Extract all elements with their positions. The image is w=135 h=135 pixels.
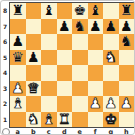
square-b1[interactable]: ♞ [26,112,42,128]
rank-label-7: 7 [1,19,9,35]
square-a6[interactable]: ♟ [10,34,26,50]
square-h3[interactable] [119,81,135,97]
square-h6[interactable]: ♞ [119,34,135,50]
square-a2[interactable]: ♝ [10,96,26,112]
square-a3[interactable]: ♟ [10,81,26,97]
white-pawn[interactable]: ♟ [104,96,117,111]
square-d8[interactable] [57,3,73,19]
square-a7[interactable] [10,19,26,35]
square-g1[interactable]: ♚ [103,112,119,128]
rank-label-4: 4 [1,65,9,81]
square-e7[interactable]: ♞ [72,19,88,35]
rank-label-3: 3 [1,81,9,97]
white-bishop[interactable]: ♝ [11,96,24,111]
square-b3[interactable]: ♛ [26,81,42,97]
square-b2[interactable] [26,96,42,112]
chess-board: ♜♝♚♝♜♟♞♟♟♟♟♞♛♟♞♟♛♝♟♟♟♞♝♜♚ [9,2,135,128]
square-b8[interactable] [26,3,42,19]
white-rook[interactable]: ♜ [58,112,71,127]
chess-diagram: 87654321 ♜♝♚♝♜♟♞♟♟♟♟♞♛♟♞♟♛♝♟♟♟♞♝♜♚ abcde… [0,0,135,135]
square-c2[interactable] [41,96,57,112]
white-king[interactable]: ♚ [104,112,117,127]
square-f5[interactable] [88,50,104,66]
rank-label-8: 8 [1,3,9,19]
black-pawn[interactable]: ♟ [58,19,71,34]
square-g4[interactable] [103,65,119,81]
file-label-f: f [88,127,104,135]
square-c7[interactable] [41,19,57,35]
black-king[interactable]: ♚ [73,3,86,18]
rank-label-6: 6 [1,34,9,50]
square-g5[interactable]: ♞ [103,50,119,66]
black-bishop[interactable]: ♝ [42,3,55,18]
black-pawn[interactable]: ♟ [89,19,102,34]
square-f4[interactable] [88,65,104,81]
square-a8[interactable]: ♜ [10,3,26,19]
square-f1[interactable] [88,112,104,128]
file-label-c: c [41,127,57,135]
square-e4[interactable] [72,65,88,81]
file-label-d: d [57,127,73,135]
black-bishop[interactable]: ♝ [89,3,102,18]
file-label-e: e [72,127,88,135]
square-d2[interactable] [57,96,73,112]
square-d5[interactable] [57,50,73,66]
square-c5[interactable] [41,50,57,66]
file-label-a: a [10,127,26,135]
square-c4[interactable] [41,65,57,81]
square-f2[interactable]: ♟ [88,96,104,112]
square-g3[interactable] [103,81,119,97]
black-pawn[interactable]: ♟ [11,34,24,49]
square-b6[interactable] [26,34,42,50]
square-e6[interactable] [72,34,88,50]
black-knight[interactable]: ♞ [120,34,133,49]
square-d7[interactable]: ♟ [57,19,73,35]
black-knight[interactable]: ♞ [73,19,86,34]
square-c1[interactable]: ♝ [41,112,57,128]
black-rook[interactable]: ♜ [11,3,24,18]
square-f7[interactable]: ♟ [88,19,104,35]
square-e8[interactable]: ♚ [72,3,88,19]
rank-label-1: 1 [1,112,9,128]
file-label-b: b [26,127,42,135]
square-e5[interactable] [72,50,88,66]
square-h7[interactable]: ♟ [119,19,135,35]
square-h2[interactable]: ♟ [119,96,135,112]
square-d3[interactable] [57,81,73,97]
white-to-move-indicator [2,128,10,135]
rank-label-5: 5 [1,50,9,66]
file-label-h: h [119,127,135,135]
square-f6[interactable] [88,34,104,50]
square-g7[interactable]: ♟ [103,19,119,35]
white-knight[interactable]: ♞ [104,50,117,65]
black-pawn[interactable]: ♟ [104,19,117,34]
square-e3[interactable] [72,81,88,97]
square-c8[interactable]: ♝ [41,3,57,19]
square-d6[interactable] [57,34,73,50]
rank-label-2: 2 [1,96,9,112]
square-b5[interactable]: ♟ [26,50,42,66]
white-pawn[interactable]: ♟ [11,81,24,96]
square-h5[interactable] [119,50,135,66]
file-labels: abcdefgh [10,127,134,135]
square-h4[interactable] [119,65,135,81]
rank-labels: 87654321 [1,3,9,127]
square-g8[interactable] [103,3,119,19]
square-c3[interactable] [41,81,57,97]
white-pawn[interactable]: ♟ [120,96,133,111]
square-a5[interactable]: ♛ [10,50,26,66]
square-f8[interactable]: ♝ [88,3,104,19]
black-rook[interactable]: ♜ [120,3,133,18]
black-pawn[interactable]: ♟ [120,19,133,34]
square-e2[interactable] [72,96,88,112]
square-e1[interactable] [72,112,88,128]
square-a4[interactable] [10,65,26,81]
black-queen[interactable]: ♛ [11,50,24,65]
file-label-g: g [103,127,119,135]
square-h1[interactable] [119,112,135,128]
square-d1[interactable]: ♜ [57,112,73,128]
square-b4[interactable] [26,65,42,81]
square-f3[interactable] [88,81,104,97]
white-pawn[interactable]: ♟ [89,96,102,111]
black-pawn[interactable]: ♟ [27,50,40,65]
square-c6[interactable] [41,34,57,50]
white-knight[interactable]: ♞ [27,112,40,127]
white-bishop[interactable]: ♝ [42,112,55,127]
square-g2[interactable]: ♟ [103,96,119,112]
square-a1[interactable] [10,112,26,128]
square-g6[interactable] [103,34,119,50]
square-b7[interactable] [26,19,42,35]
square-h8[interactable]: ♜ [119,3,135,19]
square-d4[interactable] [57,65,73,81]
white-queen[interactable]: ♛ [27,81,40,96]
